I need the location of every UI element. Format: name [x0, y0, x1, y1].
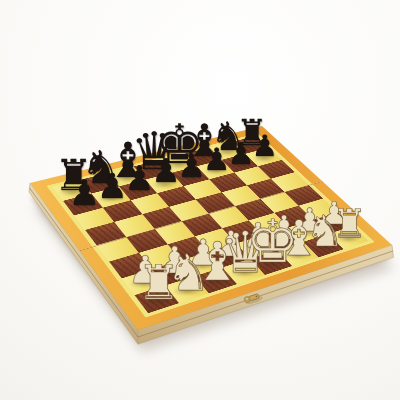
chess-set-photo: ♜♞♝♛♚♝♞♜♟♟♟♟♟♟♟♟♟♟♟♟♟♟♟♟♜♞♝♛♚♝♞♜ [0, 0, 400, 400]
brass-clasp [244, 292, 264, 305]
clasp-overlay [0, 0, 400, 400]
